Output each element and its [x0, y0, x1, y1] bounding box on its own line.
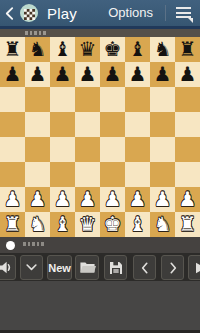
square-d8[interactable]: ♛ [75, 37, 100, 62]
square-e2[interactable]: ♟ [100, 187, 125, 212]
checkerboard-pattern [24, 9, 35, 20]
white-pawn: ♟ [179, 187, 197, 212]
new-game-button[interactable]: New [47, 255, 72, 280]
square-a8[interactable]: ♜ [0, 37, 25, 62]
square-e4[interactable] [100, 137, 125, 162]
chevron-right-icon [166, 260, 180, 276]
black-pawn: ♟ [129, 62, 147, 87]
square-c7[interactable]: ♟ [50, 62, 75, 87]
new-game-label: New [48, 262, 71, 274]
square-a4[interactable] [0, 137, 25, 162]
white-pawn: ♟ [129, 187, 147, 212]
chess-board: ♜♞♝♛♚♝♞♜♟♟♟♟♟♟♟♟♟♟♟♟♟♟♟♟♜♞♝♛♚♝♞♜ [0, 37, 200, 237]
overflow-menu-icon [176, 7, 191, 19]
square-g1[interactable]: ♞ [150, 212, 175, 237]
folder-icon [79, 259, 96, 276]
page-title: Play [47, 5, 77, 22]
overflow-menu-button[interactable] [166, 0, 200, 26]
black-knight: ♞ [29, 37, 47, 62]
square-h1[interactable]: ♜ [175, 212, 200, 237]
square-c4[interactable] [50, 137, 75, 162]
black-pawn: ♟ [4, 62, 22, 87]
black-pawn: ♟ [29, 62, 47, 87]
square-e5[interactable] [100, 112, 125, 137]
square-b6[interactable] [25, 87, 50, 112]
black-bishop: ♝ [129, 37, 147, 62]
square-d3[interactable] [75, 162, 100, 187]
square-e3[interactable] [100, 162, 125, 187]
square-b3[interactable] [25, 162, 50, 187]
white-king: ♚ [104, 212, 122, 237]
bottom-toolbar: New [0, 253, 200, 281]
white-pawn: ♟ [104, 187, 122, 212]
white-rook: ♜ [179, 212, 197, 237]
square-f7[interactable]: ♟ [125, 62, 150, 87]
autoplay-button[interactable] [188, 255, 200, 280]
square-h8[interactable]: ♜ [175, 37, 200, 62]
square-f6[interactable] [125, 87, 150, 112]
open-game-button[interactable] [75, 255, 99, 280]
square-b1[interactable]: ♞ [25, 212, 50, 237]
white-bishop: ♝ [54, 212, 72, 237]
move-list-panel[interactable] [0, 281, 200, 330]
white-to-move-indicator [6, 241, 15, 250]
square-e6[interactable] [100, 87, 125, 112]
square-f2[interactable]: ♟ [125, 187, 150, 212]
square-a1[interactable]: ♜ [0, 212, 25, 237]
sound-button[interactable] [0, 255, 16, 280]
save-game-button[interactable] [104, 255, 127, 280]
square-h7[interactable]: ♟ [175, 62, 200, 87]
square-a3[interactable] [0, 162, 25, 187]
chevron-left-icon [5, 6, 14, 21]
back-button[interactable] [2, 0, 16, 26]
square-g7[interactable]: ♟ [150, 62, 175, 87]
square-e7[interactable]: ♟ [100, 62, 125, 87]
chevron-down-icon [24, 260, 39, 275]
square-b4[interactable] [25, 137, 50, 162]
square-c5[interactable] [50, 112, 75, 137]
square-f5[interactable] [125, 112, 150, 137]
square-c3[interactable] [50, 162, 75, 187]
square-c2[interactable]: ♟ [50, 187, 75, 212]
black-rook: ♜ [4, 37, 22, 62]
speaker-icon [0, 259, 13, 276]
white-bishop: ♝ [129, 212, 147, 237]
square-b2[interactable]: ♟ [25, 187, 50, 212]
collapse-button[interactable] [20, 255, 43, 280]
black-rook: ♜ [179, 37, 197, 62]
white-knight: ♞ [29, 212, 47, 237]
action-bar: Play Options [0, 0, 200, 26]
options-button[interactable]: Options [96, 0, 165, 26]
black-pawn: ♟ [104, 62, 122, 87]
square-h4[interactable] [175, 137, 200, 162]
black-queen: ♛ [79, 37, 97, 62]
white-queen: ♛ [79, 212, 97, 237]
square-a2[interactable]: ♟ [0, 187, 25, 212]
status-strip-bottom [0, 237, 200, 253]
square-g8[interactable]: ♞ [150, 37, 175, 62]
square-d4[interactable] [75, 137, 100, 162]
square-a7[interactable]: ♟ [0, 62, 25, 87]
square-e8[interactable]: ♚ [100, 37, 125, 62]
white-pawn: ♟ [4, 187, 22, 212]
square-b7[interactable]: ♟ [25, 62, 50, 87]
chess-app-screen: Play Options ♜♞♝♛♚♝♞♜♟♟♟♟♟♟♟♟♟♟♟♟♟♟♟♟♜♞♝… [0, 0, 200, 333]
square-f3[interactable] [125, 162, 150, 187]
square-g2[interactable]: ♟ [150, 187, 175, 212]
square-d1[interactable]: ♛ [75, 212, 100, 237]
square-e1[interactable]: ♚ [100, 212, 125, 237]
square-d2[interactable]: ♟ [75, 187, 100, 212]
move-forward-button[interactable] [161, 255, 184, 280]
white-rook: ♜ [4, 212, 22, 237]
square-g3[interactable] [150, 162, 175, 187]
square-f1[interactable]: ♝ [125, 212, 150, 237]
square-a6[interactable] [0, 87, 25, 112]
play-icon [192, 260, 200, 276]
square-d5[interactable] [75, 112, 100, 137]
square-g6[interactable] [150, 87, 175, 112]
chevron-left-icon [138, 260, 152, 276]
white-pawn: ♟ [54, 187, 72, 212]
square-d6[interactable] [75, 87, 100, 112]
black-pawn: ♟ [54, 62, 72, 87]
black-bishop: ♝ [54, 37, 72, 62]
white-pawn: ♟ [29, 187, 47, 212]
square-a5[interactable] [0, 112, 25, 137]
square-c8[interactable]: ♝ [50, 37, 75, 62]
app-chessboard-icon [20, 4, 38, 22]
square-g5[interactable] [150, 112, 175, 137]
white-knight: ♞ [154, 212, 172, 237]
square-c6[interactable] [50, 87, 75, 112]
status-strip-top [0, 29, 200, 37]
square-h2[interactable]: ♟ [175, 187, 200, 212]
square-h3[interactable] [175, 162, 200, 187]
white-pawn: ♟ [79, 187, 97, 212]
square-c1[interactable]: ♝ [50, 212, 75, 237]
square-f4[interactable] [125, 137, 150, 162]
square-d7[interactable]: ♟ [75, 62, 100, 87]
square-b5[interactable] [25, 112, 50, 137]
square-g4[interactable] [150, 137, 175, 162]
square-h5[interactable] [175, 112, 200, 137]
square-h6[interactable] [175, 87, 200, 112]
black-pawn: ♟ [179, 62, 197, 87]
square-b8[interactable]: ♞ [25, 37, 50, 62]
status-text-marks [25, 31, 46, 35]
black-king: ♚ [104, 37, 122, 62]
move-back-button[interactable] [133, 255, 156, 280]
movelist-text-marks [23, 242, 44, 246]
white-pawn: ♟ [154, 187, 172, 212]
black-knight: ♞ [154, 37, 172, 62]
square-f8[interactable]: ♝ [125, 37, 150, 62]
black-pawn: ♟ [79, 62, 97, 87]
black-pawn: ♟ [154, 62, 172, 87]
floppy-icon [108, 260, 124, 276]
